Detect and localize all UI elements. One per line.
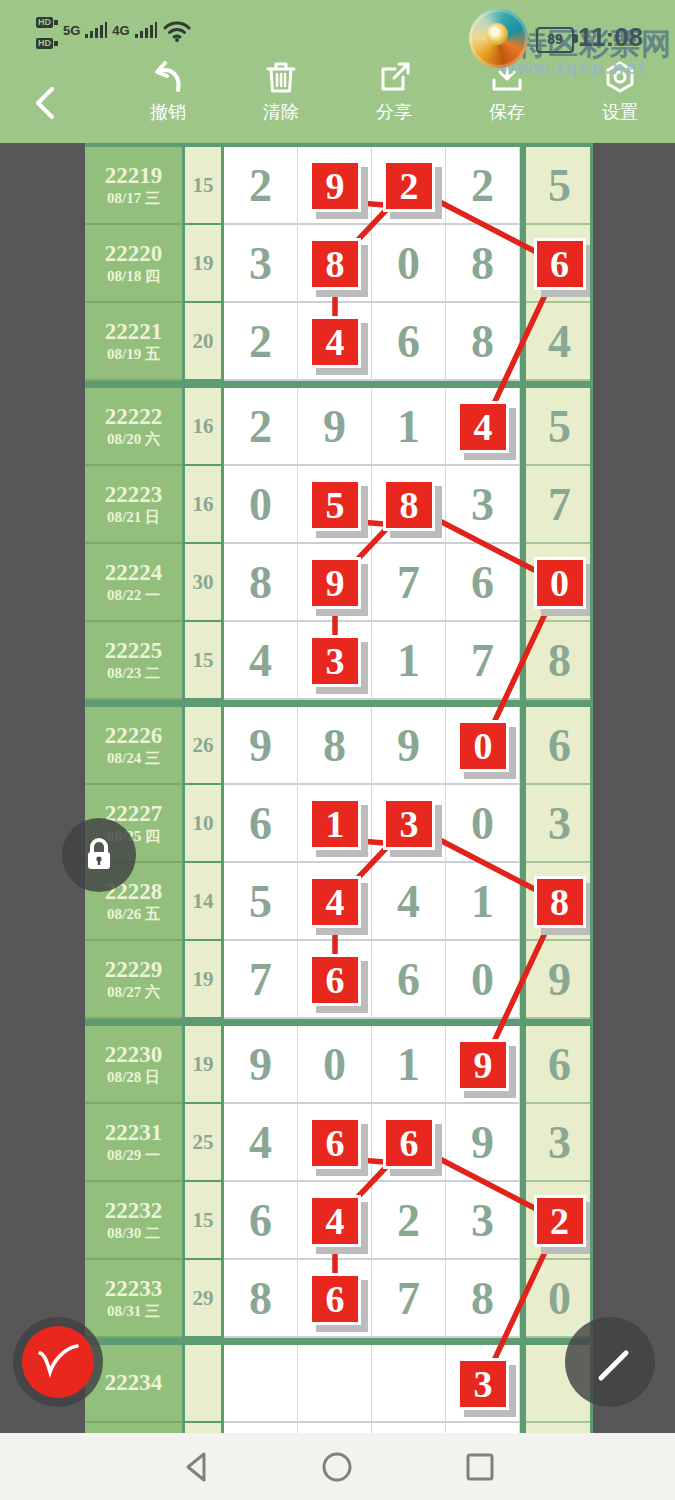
nav-home-button[interactable]: [320, 1450, 354, 1484]
battery-indicator: 89: [536, 27, 574, 53]
sum-cell: 19: [182, 225, 224, 303]
sum-cell: 30: [182, 544, 224, 622]
issue-number: 22224: [105, 560, 163, 586]
sum-cell: 19: [182, 1026, 224, 1104]
issue-number: 22226: [105, 723, 163, 749]
digit-cell[interactable]: 8: [298, 707, 372, 785]
digit-cell[interactable]: 9: [526, 941, 593, 1019]
digit-cell[interactable]: 5: [526, 388, 593, 466]
issue-number: 22231: [105, 1120, 163, 1146]
digit-cell[interactable]: 4: [224, 622, 298, 700]
sum-cell: 29: [182, 1260, 224, 1338]
marked-digit[interactable]: 3: [383, 798, 435, 850]
digit-cell[interactable]: [298, 1345, 372, 1423]
pencil-button[interactable]: [565, 1317, 655, 1407]
issue-number: 22220: [105, 241, 163, 267]
group-separator: [85, 1019, 593, 1026]
undo-button[interactable]: 撤销: [123, 55, 213, 143]
wifi-icon: [162, 17, 192, 43]
issue-cell: 2223308/31 三: [85, 1260, 182, 1338]
marked-digit[interactable]: 9: [457, 1039, 509, 1091]
marked-digit[interactable]: 4: [457, 401, 509, 453]
digit-cell[interactable]: 7: [372, 1260, 446, 1338]
issue-cell: 2222908/27 六: [85, 941, 182, 1019]
back-chevron-icon: [30, 83, 60, 123]
digit-cell[interactable]: 0: [446, 785, 520, 863]
chart-row: 2223008/28 日199016: [85, 1026, 593, 1104]
clear-label: 清除: [263, 100, 299, 124]
digit-cell[interactable]: 4: [372, 863, 446, 941]
issue-number: 22234: [105, 1370, 163, 1396]
issue-cell: 2222408/22 一: [85, 544, 182, 622]
issue-cell: 2221908/17 三: [85, 147, 182, 225]
digit-cell[interactable]: 0: [446, 941, 520, 1019]
chart-row: 2222208/20 六162915: [85, 388, 593, 466]
group-separator: [85, 700, 593, 707]
digit-cell[interactable]: 9: [372, 707, 446, 785]
sum-cell: 14: [182, 863, 224, 941]
marked-digit[interactable]: 4: [309, 876, 361, 928]
marked-digit[interactable]: 6: [309, 1273, 361, 1325]
digit-cell[interactable]: 3: [526, 785, 593, 863]
digit-cell[interactable]: 5: [224, 863, 298, 941]
sum-cell: 16: [182, 466, 224, 544]
digit-cell[interactable]: 1: [372, 388, 446, 466]
digit-cell[interactable]: 6: [224, 1182, 298, 1260]
trend-chart: 2221908/17 三152252222008/18 四19308222210…: [85, 143, 593, 1433]
digit-cell[interactable]: 1: [372, 1026, 446, 1104]
issue-cell: 2223108/29 一: [85, 1104, 182, 1182]
digit-cell[interactable]: 9: [298, 388, 372, 466]
status-bar: HD HD 5G 4G 特区彩票网 www.tqcp.net 89 11:08: [0, 0, 675, 55]
draw-date: 08/28 日: [107, 1068, 160, 1087]
issue-cell: 2222108/19 五: [85, 303, 182, 381]
draw-date: 08/23 二: [107, 664, 160, 683]
marked-digit[interactable]: 3: [309, 635, 361, 687]
digit-cell[interactable]: 7: [526, 466, 593, 544]
marked-digit[interactable]: 6: [309, 954, 361, 1006]
issue-number: 22221: [105, 319, 163, 345]
signature-button[interactable]: [13, 1317, 103, 1407]
marked-digit[interactable]: 5: [309, 479, 361, 531]
group-separator: [85, 1338, 593, 1345]
draw-date: 08/21 日: [107, 508, 160, 527]
digit-cell[interactable]: 8: [526, 622, 593, 700]
group-separator: [85, 381, 593, 388]
digit-cell[interactable]: 0: [372, 225, 446, 303]
digit-cell[interactable]: 3: [446, 1182, 520, 1260]
sum-cell: 20: [182, 303, 224, 381]
digit-cell[interactable]: 1: [372, 622, 446, 700]
digit-cell[interactable]: 7: [224, 941, 298, 1019]
digit-cell[interactable]: 6: [372, 941, 446, 1019]
marked-digit[interactable]: 1: [309, 798, 361, 850]
share-label: 分享: [376, 100, 412, 124]
marked-digit[interactable]: 6: [534, 238, 586, 290]
digit-cell[interactable]: 6: [446, 544, 520, 622]
digit-cell[interactable]: 2: [224, 388, 298, 466]
signal-bars-icon: [85, 22, 107, 38]
digit-cell[interactable]: 9: [224, 707, 298, 785]
draw-date: 08/19 五: [107, 345, 160, 364]
digit-cell[interactable]: 3: [446, 466, 520, 544]
sum-cell: 15: [182, 1182, 224, 1260]
check-v-icon: [32, 1339, 84, 1385]
issue-number: 22223: [105, 482, 163, 508]
marked-digit[interactable]: 0: [457, 720, 509, 772]
issue-number: 22219: [105, 163, 163, 189]
issue-number: 22230: [105, 1042, 163, 1068]
sum-cell: 10: [182, 785, 224, 863]
draw-date: 08/17 三: [107, 189, 160, 208]
digit-cell[interactable]: 0: [298, 1026, 372, 1104]
draw-date: 08/27 六: [107, 983, 160, 1002]
marked-digit[interactable]: 9: [309, 557, 361, 609]
settings-label: 设置: [602, 100, 638, 124]
digit-cell[interactable]: 9: [446, 1104, 520, 1182]
digit-cell[interactable]: 2: [372, 1182, 446, 1260]
share-icon: [376, 59, 412, 95]
digit-cell[interactable]: 8: [446, 225, 520, 303]
digit-cell[interactable]: 3: [526, 1104, 593, 1182]
marked-digit[interactable]: 3: [457, 1358, 509, 1410]
issue-number: 22233: [105, 1276, 163, 1302]
digit-cell[interactable]: 6: [224, 785, 298, 863]
sum-cell: 19: [182, 941, 224, 1019]
lock-icon: [79, 835, 119, 875]
android-navbar: [0, 1433, 675, 1500]
status-left: HD HD 5G 4G: [36, 10, 192, 50]
digit-cell[interactable]: [372, 1345, 446, 1423]
draw-date: 08/18 四: [107, 267, 160, 286]
hd-icon: HD: [36, 38, 53, 49]
marked-digit[interactable]: 8: [383, 479, 435, 531]
marked-digit[interactable]: 9: [309, 160, 361, 212]
clock: 11:08: [578, 22, 643, 53]
nav-recents-button[interactable]: [463, 1450, 497, 1484]
sum-cell: 25: [182, 1104, 224, 1182]
digit-cell[interactable]: 8: [224, 544, 298, 622]
marked-digit[interactable]: 8: [309, 238, 361, 290]
sum-cell: 15: [182, 147, 224, 225]
digit-cell[interactable]: 5: [526, 147, 593, 225]
issue-cell: 2222608/24 三: [85, 707, 182, 785]
digit-cell[interactable]: 7: [446, 622, 520, 700]
hd-badges: HD HD: [36, 11, 58, 50]
digit-cell[interactable]: 7: [372, 544, 446, 622]
back-button[interactable]: [30, 83, 60, 123]
digit-cell[interactable]: 2: [446, 147, 520, 225]
draw-date: 08/24 三: [107, 749, 160, 768]
draw-date: 08/29 一: [107, 1146, 160, 1165]
issue-cell: 2222208/20 六: [85, 388, 182, 466]
digit-cell[interactable]: 8: [224, 1260, 298, 1338]
signal-bars-icon: [135, 22, 157, 38]
sum-cell: 16: [182, 388, 224, 466]
share-button[interactable]: 分享: [349, 55, 439, 143]
marked-digit[interactable]: 4: [309, 1195, 361, 1247]
lock-button[interactable]: [62, 818, 136, 892]
marked-digit[interactable]: 6: [383, 1117, 435, 1169]
partial-row: [85, 1423, 593, 1433]
draw-date: 08/30 二: [107, 1224, 160, 1243]
issue-cell: 2222308/21 日: [85, 466, 182, 544]
digit-cell[interactable]: 2: [224, 303, 298, 381]
digit-cell[interactable]: [224, 1345, 298, 1423]
site-url-watermark: www.tqcp.net: [500, 57, 647, 79]
draw-date: 08/22 一: [107, 586, 160, 605]
marked-digit[interactable]: 0: [534, 557, 586, 609]
signature-badge: [22, 1326, 94, 1398]
digit-cell[interactable]: 2: [224, 147, 298, 225]
clear-button[interactable]: 清除: [236, 55, 326, 143]
sum-cell: 15: [182, 622, 224, 700]
digit-cell[interactable]: 0: [224, 466, 298, 544]
chart-row: 2222608/24 三269896: [85, 707, 593, 785]
network-5g-label: 5G: [63, 23, 80, 38]
nav-back-button[interactable]: [180, 1450, 214, 1484]
draw-date: 08/20 六: [107, 430, 160, 449]
sum-cell: [182, 1345, 224, 1423]
digit-cell[interactable]: 6: [526, 1026, 593, 1104]
issue-number: 22229: [105, 957, 163, 983]
trash-icon: [263, 59, 299, 95]
marked-digit[interactable]: 8: [534, 876, 586, 928]
save-label: 保存: [489, 100, 525, 124]
digit-cell[interactable]: 6: [526, 707, 593, 785]
digit-cell[interactable]: 1: [446, 863, 520, 941]
marked-digit[interactable]: 2: [534, 1195, 586, 1247]
sum-cell: 26: [182, 707, 224, 785]
digit-cell[interactable]: 8: [446, 1260, 520, 1338]
issue-cell: 2222008/18 四: [85, 225, 182, 303]
hd-icon: HD: [36, 17, 53, 28]
undo-icon: [148, 59, 188, 95]
marked-digit[interactable]: 4: [309, 316, 361, 368]
site-logo: [469, 9, 528, 68]
digit-cell[interactable]: 8: [446, 303, 520, 381]
digit-cell[interactable]: 4: [224, 1104, 298, 1182]
issue-cell: 2222508/23 二: [85, 622, 182, 700]
draw-date: 08/26 五: [107, 905, 160, 924]
chart-row: 22234: [85, 1345, 593, 1423]
draw-date: 08/31 三: [107, 1302, 160, 1321]
pencil-icon: [586, 1338, 634, 1386]
digit-cell[interactable]: 4: [526, 303, 593, 381]
digit-cell[interactable]: 6: [372, 303, 446, 381]
issue-cell: 2223208/30 二: [85, 1182, 182, 1260]
digit-cell[interactable]: 9: [224, 1026, 298, 1104]
marked-digit[interactable]: 2: [383, 160, 435, 212]
issue-number: 22232: [105, 1198, 163, 1224]
issue-cell: 2223008/28 日: [85, 1026, 182, 1104]
undo-label: 撤销: [150, 100, 186, 124]
digit-cell[interactable]: 3: [224, 225, 298, 303]
issue-number: 22225: [105, 638, 163, 664]
marked-digit[interactable]: 6: [309, 1117, 361, 1169]
network-4g-label: 4G: [112, 23, 129, 38]
group-separator: [85, 143, 593, 147]
phone-screen: { "game": "lottery 5-digit trend chart (…: [0, 0, 675, 1500]
issue-number: 22222: [105, 404, 163, 430]
